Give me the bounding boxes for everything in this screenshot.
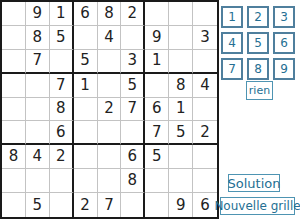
pad-button-3[interactable]: 3 <box>273 6 295 28</box>
cell-r5c1[interactable] <box>2 98 26 122</box>
cell-r1c4[interactable]: 6 <box>74 2 98 26</box>
cell-r5c3[interactable]: 8 <box>50 98 74 122</box>
pad-button-6[interactable]: 6 <box>273 32 295 54</box>
cell-r4c7[interactable] <box>145 74 169 98</box>
cell-r2c6[interactable] <box>121 26 145 50</box>
cell-r3c3[interactable] <box>50 50 74 74</box>
cell-r5c5[interactable]: 2 <box>98 98 122 122</box>
cell-r3c4[interactable]: 5 <box>74 50 98 74</box>
cell-r1c9[interactable] <box>193 2 217 26</box>
cell-r2c7[interactable]: 9 <box>145 26 169 50</box>
control-panel: 1 2 3 4 5 6 7 8 9 rien Solution Nouvelle… <box>219 0 300 219</box>
cell-r5c8[interactable]: 1 <box>169 98 193 122</box>
pad-button-9[interactable]: 9 <box>273 58 295 80</box>
cell-r6c8[interactable]: 5 <box>169 121 193 145</box>
cell-r3c5[interactable] <box>98 50 122 74</box>
cell-r7c8[interactable] <box>169 145 193 169</box>
cell-r7c4[interactable] <box>74 145 98 169</box>
cell-r4c2[interactable] <box>26 74 50 98</box>
cell-r8c4[interactable] <box>74 169 98 193</box>
cell-r2c3[interactable]: 5 <box>50 26 74 50</box>
cell-r4c5[interactable] <box>98 74 122 98</box>
cell-r3c2[interactable]: 7 <box>26 50 50 74</box>
cell-r5c2[interactable] <box>26 98 50 122</box>
solution-button[interactable]: Solution <box>228 174 280 192</box>
cell-r2c2[interactable]: 8 <box>26 26 50 50</box>
cell-r3c7[interactable]: 1 <box>145 50 169 74</box>
cell-r8c5[interactable] <box>98 169 122 193</box>
cell-r8c3[interactable] <box>50 169 74 193</box>
pad-button-7[interactable]: 7 <box>221 58 243 80</box>
cell-r7c9[interactable] <box>193 145 217 169</box>
pad-button-4[interactable]: 4 <box>221 32 243 54</box>
cell-r3c6[interactable]: 3 <box>121 50 145 74</box>
cell-r6c9[interactable]: 2 <box>193 121 217 145</box>
cell-r6c1[interactable] <box>2 121 26 145</box>
cell-r7c6[interactable]: 6 <box>121 145 145 169</box>
cell-r4c6[interactable]: 5 <box>121 74 145 98</box>
pad-button-2[interactable]: 2 <box>247 6 269 28</box>
cell-r9c6[interactable] <box>121 193 145 217</box>
pad-button-8[interactable]: 8 <box>247 58 269 80</box>
cell-r8c1[interactable] <box>2 169 26 193</box>
cell-r7c5[interactable] <box>98 145 122 169</box>
cell-r5c9[interactable] <box>193 98 217 122</box>
cell-r4c3[interactable]: 7 <box>50 74 74 98</box>
cell-r4c8[interactable]: 8 <box>169 74 193 98</box>
cell-r9c7[interactable] <box>145 193 169 217</box>
cell-r9c4[interactable]: 2 <box>74 193 98 217</box>
cell-r1c7[interactable] <box>145 2 169 26</box>
cell-r6c5[interactable] <box>98 121 122 145</box>
pad-button-1[interactable]: 1 <box>221 6 243 28</box>
cell-r8c2[interactable] <box>26 169 50 193</box>
sudoku-grid: 916828549375317158482761675284265852796 <box>2 2 217 217</box>
cell-r7c1[interactable]: 8 <box>2 145 26 169</box>
cell-r2c4[interactable] <box>74 26 98 50</box>
cell-r6c2[interactable] <box>26 121 50 145</box>
cell-r1c2[interactable]: 9 <box>26 2 50 26</box>
cell-r1c1[interactable] <box>2 2 26 26</box>
cell-r1c6[interactable]: 2 <box>121 2 145 26</box>
new-grid-button[interactable]: Nouvelle grille <box>220 197 295 215</box>
cell-r7c2[interactable]: 4 <box>26 145 50 169</box>
cell-r4c1[interactable] <box>2 74 26 98</box>
number-pad: 1 2 3 4 5 6 7 8 9 <box>221 6 295 80</box>
sudoku-app: 916828549375317158482761675284265852796 … <box>0 0 300 219</box>
cell-r8c6[interactable]: 8 <box>121 169 145 193</box>
pad-button-5[interactable]: 5 <box>247 32 269 54</box>
cell-r2c9[interactable]: 3 <box>193 26 217 50</box>
cell-r7c7[interactable]: 5 <box>145 145 169 169</box>
cell-r4c9[interactable]: 4 <box>193 74 217 98</box>
cell-r1c3[interactable]: 1 <box>50 2 74 26</box>
cell-r8c7[interactable] <box>145 169 169 193</box>
cell-r9c3[interactable] <box>50 193 74 217</box>
cell-r7c3[interactable]: 2 <box>50 145 74 169</box>
cell-r9c2[interactable]: 5 <box>26 193 50 217</box>
cell-r1c5[interactable]: 8 <box>98 2 122 26</box>
cell-r3c1[interactable] <box>2 50 26 74</box>
cell-r5c4[interactable] <box>74 98 98 122</box>
cell-r9c5[interactable]: 7 <box>98 193 122 217</box>
cell-r6c7[interactable]: 7 <box>145 121 169 145</box>
cell-r9c8[interactable]: 9 <box>169 193 193 217</box>
cell-r4c4[interactable]: 1 <box>74 74 98 98</box>
sudoku-board: 916828549375317158482761675284265852796 <box>0 0 219 219</box>
cell-r8c9[interactable] <box>193 169 217 193</box>
cell-r2c5[interactable]: 4 <box>98 26 122 50</box>
cell-r2c1[interactable] <box>2 26 26 50</box>
cell-r8c8[interactable] <box>169 169 193 193</box>
cell-r6c6[interactable] <box>121 121 145 145</box>
cell-r5c7[interactable]: 6 <box>145 98 169 122</box>
cell-r6c3[interactable]: 6 <box>50 121 74 145</box>
cell-r1c8[interactable] <box>169 2 193 26</box>
erase-button[interactable]: rien <box>246 81 273 100</box>
cell-r6c4[interactable] <box>74 121 98 145</box>
cell-r2c8[interactable] <box>169 26 193 50</box>
cell-r5c6[interactable]: 7 <box>121 98 145 122</box>
cell-r3c8[interactable] <box>169 50 193 74</box>
cell-r3c9[interactable] <box>193 50 217 74</box>
cell-r9c1[interactable] <box>2 193 26 217</box>
